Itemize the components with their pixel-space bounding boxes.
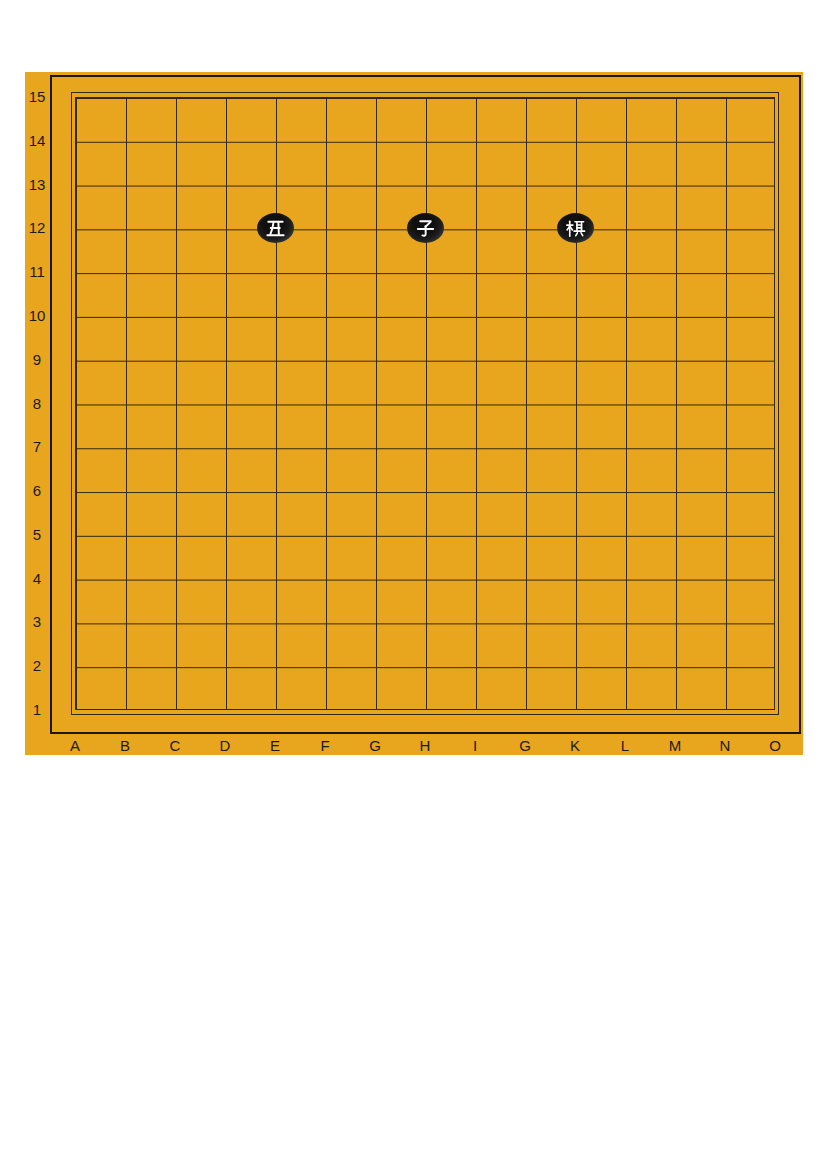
intersection-o6-c14[interactable] — [750, 469, 800, 513]
intersection-i8-c8[interactable] — [450, 382, 500, 426]
stone-glyph — [264, 217, 287, 240]
col-label-4-e: E — [260, 736, 290, 756]
intersection-i12-c8[interactable] — [450, 206, 500, 250]
intersection-c8-c2[interactable] — [150, 382, 200, 426]
intersection-a13-c0[interactable] — [50, 163, 100, 207]
intersection-a15-c0[interactable] — [50, 75, 100, 119]
intersection-i13-c8[interactable] — [450, 163, 500, 207]
intersection-a9-c0[interactable] — [50, 338, 100, 382]
intersection-b2-c1[interactable] — [100, 644, 150, 688]
intersection-g14-c9[interactable] — [500, 119, 550, 163]
intersection-m10-c12[interactable] — [650, 294, 700, 338]
intersection-c13-c2[interactable] — [150, 163, 200, 207]
intersection-o13-c14[interactable] — [750, 163, 800, 207]
intersection-c2-c2[interactable] — [150, 644, 200, 688]
intersection-n12-c13[interactable] — [700, 206, 750, 250]
intersection-d14-c3[interactable] — [200, 119, 250, 163]
intersection-o7-c14[interactable] — [750, 425, 800, 469]
row-label-12: 12 — [25, 218, 49, 238]
col-label-10-k: K — [560, 736, 590, 756]
intersection-e5-c4[interactable] — [250, 513, 300, 557]
intersection-n14-c13[interactable] — [700, 119, 750, 163]
intersection-a8-c0[interactable] — [50, 382, 100, 426]
intersection-m13-c12[interactable] — [650, 163, 700, 207]
intersection-b8-c1[interactable] — [100, 382, 150, 426]
intersection-e1-c4[interactable] — [250, 688, 300, 732]
intersection-f9-c5[interactable] — [300, 338, 350, 382]
intersection-g11-c6[interactable] — [350, 250, 400, 294]
intersection-m5-c12[interactable] — [650, 513, 700, 557]
intersection-c12-c2[interactable] — [150, 206, 200, 250]
intersection-l7-c11[interactable] — [600, 425, 650, 469]
intersection-h4-c7[interactable] — [400, 557, 450, 601]
row-label-13: 13 — [25, 175, 49, 195]
col-label-2-c: C — [160, 736, 190, 756]
intersection-m1-c12[interactable] — [650, 688, 700, 732]
intersection-k8-c10[interactable] — [550, 382, 600, 426]
intersection-e7-c4[interactable] — [250, 425, 300, 469]
intersection-d6-c3[interactable] — [200, 469, 250, 513]
intersection-e11-c4[interactable] — [250, 250, 300, 294]
intersection-c14-c2[interactable] — [150, 119, 200, 163]
intersection-i14-c8[interactable] — [450, 119, 500, 163]
intersection-n10-c13[interactable] — [700, 294, 750, 338]
intersection-a7-c0[interactable] — [50, 425, 100, 469]
intersection-d11-c3[interactable] — [200, 250, 250, 294]
intersection-b6-c1[interactable] — [100, 469, 150, 513]
intersection-h8-c7[interactable] — [400, 382, 450, 426]
intersection-o14-c14[interactable] — [750, 119, 800, 163]
intersection-g1-c6[interactable] — [350, 688, 400, 732]
intersection-d3-c3[interactable] — [200, 600, 250, 644]
intersection-h5-c7[interactable] — [400, 513, 450, 557]
intersection-a5-c0[interactable] — [50, 513, 100, 557]
intersection-i2-c8[interactable] — [450, 644, 500, 688]
intersection-f12-c5[interactable] — [300, 206, 350, 250]
col-label-1-b: B — [110, 736, 140, 756]
intersection-g9-c6[interactable] — [350, 338, 400, 382]
intersection-l3-c11[interactable] — [600, 600, 650, 644]
intersection-b15-c1[interactable] — [100, 75, 150, 119]
intersection-f15-c5[interactable] — [300, 75, 350, 119]
intersection-g12-c9[interactable] — [500, 206, 550, 250]
intersection-g3-c6[interactable] — [350, 600, 400, 644]
col-label-8-i: I — [460, 736, 490, 756]
intersection-f2-c5[interactable] — [300, 644, 350, 688]
intersection-e10-c4[interactable] — [250, 294, 300, 338]
intersection-g12-c6[interactable] — [350, 206, 400, 250]
intersection-f6-c5[interactable] — [300, 469, 350, 513]
intersection-a2-c0[interactable] — [50, 644, 100, 688]
intersection-h7-c7[interactable] — [400, 425, 450, 469]
intersection-c4-c2[interactable] — [150, 557, 200, 601]
intersection-d13-c3[interactable] — [200, 163, 250, 207]
intersection-m7-c12[interactable] — [650, 425, 700, 469]
intersection-k12-c10[interactable] — [550, 206, 600, 250]
intersection-g3-c9[interactable] — [500, 600, 550, 644]
intersection-o1-c14[interactable] — [750, 688, 800, 732]
intersection-d12-c3[interactable] — [200, 206, 250, 250]
intersection-l11-c11[interactable] — [600, 250, 650, 294]
intersection-b1-c1[interactable] — [100, 688, 150, 732]
intersection-h10-c7[interactable] — [400, 294, 450, 338]
intersection-g1-c9[interactable] — [500, 688, 550, 732]
intersection-m14-c12[interactable] — [650, 119, 700, 163]
intersection-k2-c10[interactable] — [550, 644, 600, 688]
intersection-d8-c3[interactable] — [200, 382, 250, 426]
stone-glyph — [414, 217, 437, 240]
intersection-g15-c6[interactable] — [350, 75, 400, 119]
intersection-a10-c0[interactable] — [50, 294, 100, 338]
intersection-a4-c0[interactable] — [50, 557, 100, 601]
intersection-i3-c8[interactable] — [450, 600, 500, 644]
intersection-g13-c6[interactable] — [350, 163, 400, 207]
intersection-g2-c9[interactable] — [500, 644, 550, 688]
board-intersections — [50, 75, 800, 732]
intersection-k11-c10[interactable] — [550, 250, 600, 294]
intersection-k13-c10[interactable] — [550, 163, 600, 207]
intersection-b3-c1[interactable] — [100, 600, 150, 644]
intersection-o11-c14[interactable] — [750, 250, 800, 294]
intersection-e8-c4[interactable] — [250, 382, 300, 426]
intersection-f14-c5[interactable] — [300, 119, 350, 163]
intersection-d4-c3[interactable] — [200, 557, 250, 601]
intersection-e14-c4[interactable] — [250, 119, 300, 163]
intersection-g5-c9[interactable] — [500, 513, 550, 557]
stone-black-k12 — [557, 213, 594, 243]
intersection-k3-c10[interactable] — [550, 600, 600, 644]
intersection-o3-c14[interactable] — [750, 600, 800, 644]
intersection-k10-c10[interactable] — [550, 294, 600, 338]
intersection-d2-c3[interactable] — [200, 644, 250, 688]
intersection-f5-c5[interactable] — [300, 513, 350, 557]
intersection-b12-c1[interactable] — [100, 206, 150, 250]
intersection-m3-c12[interactable] — [650, 600, 700, 644]
intersection-g14-c6[interactable] — [350, 119, 400, 163]
intersection-e4-c4[interactable] — [250, 557, 300, 601]
intersection-b5-c1[interactable] — [100, 513, 150, 557]
intersection-b10-c1[interactable] — [100, 294, 150, 338]
intersection-n11-c13[interactable] — [700, 250, 750, 294]
intersection-b14-c1[interactable] — [100, 119, 150, 163]
intersection-e2-c4[interactable] — [250, 644, 300, 688]
row-label-10: 10 — [25, 306, 49, 326]
row-label-6: 6 — [25, 481, 49, 501]
row-label-14: 14 — [25, 131, 49, 151]
intersection-a6-c0[interactable] — [50, 469, 100, 513]
col-label-12-m: M — [660, 736, 690, 756]
intersection-l6-c11[interactable] — [600, 469, 650, 513]
intersection-d10-c3[interactable] — [200, 294, 250, 338]
intersection-c10-c2[interactable] — [150, 294, 200, 338]
intersection-c3-c2[interactable] — [150, 600, 200, 644]
intersection-g9-c9[interactable] — [500, 338, 550, 382]
intersection-m11-c12[interactable] — [650, 250, 700, 294]
intersection-h2-c7[interactable] — [400, 644, 450, 688]
intersection-o10-c14[interactable] — [750, 294, 800, 338]
intersection-a1-c0[interactable] — [50, 688, 100, 732]
intersection-h14-c7[interactable] — [400, 119, 450, 163]
intersection-g8-c9[interactable] — [500, 382, 550, 426]
intersection-l5-c11[interactable] — [600, 513, 650, 557]
intersection-n9-c13[interactable] — [700, 338, 750, 382]
intersection-o9-c14[interactable] — [750, 338, 800, 382]
intersection-c7-c2[interactable] — [150, 425, 200, 469]
intersection-i9-c8[interactable] — [450, 338, 500, 382]
row-label-8: 8 — [25, 394, 49, 414]
intersection-h3-c7[interactable] — [400, 600, 450, 644]
row-label-4: 4 — [25, 569, 49, 589]
intersection-k15-c10[interactable] — [550, 75, 600, 119]
intersection-o15-c14[interactable] — [750, 75, 800, 119]
intersection-d7-c3[interactable] — [200, 425, 250, 469]
intersection-m8-c12[interactable] — [650, 382, 700, 426]
intersection-h1-c7[interactable] — [400, 688, 450, 732]
intersection-l1-c11[interactable] — [600, 688, 650, 732]
intersection-i7-c8[interactable] — [450, 425, 500, 469]
intersection-e13-c4[interactable] — [250, 163, 300, 207]
intersection-l15-c11[interactable] — [600, 75, 650, 119]
intersection-h9-c7[interactable] — [400, 338, 450, 382]
intersection-n4-c13[interactable] — [700, 557, 750, 601]
intersection-c1-c2[interactable] — [150, 688, 200, 732]
intersection-k6-c10[interactable] — [550, 469, 600, 513]
intersection-f11-c5[interactable] — [300, 250, 350, 294]
intersection-n13-c13[interactable] — [700, 163, 750, 207]
intersection-c6-c2[interactable] — [150, 469, 200, 513]
intersection-e3-c4[interactable] — [250, 600, 300, 644]
intersection-l4-c11[interactable] — [600, 557, 650, 601]
intersection-m2-c12[interactable] — [650, 644, 700, 688]
intersection-h12-c7[interactable] — [400, 206, 450, 250]
intersection-e15-c4[interactable] — [250, 75, 300, 119]
intersection-k5-c10[interactable] — [550, 513, 600, 557]
intersection-g8-c6[interactable] — [350, 382, 400, 426]
intersection-k4-c10[interactable] — [550, 557, 600, 601]
intersection-a3-c0[interactable] — [50, 600, 100, 644]
intersection-i11-c8[interactable] — [450, 250, 500, 294]
intersection-c5-c2[interactable] — [150, 513, 200, 557]
intersection-k9-c10[interactable] — [550, 338, 600, 382]
intersection-l2-c11[interactable] — [600, 644, 650, 688]
stone-black-h12 — [407, 213, 444, 243]
intersection-n5-c13[interactable] — [700, 513, 750, 557]
intersection-b9-c1[interactable] — [100, 338, 150, 382]
stone-glyph — [564, 217, 587, 240]
intersection-a12-c0[interactable] — [50, 206, 100, 250]
intersection-o12-c14[interactable] — [750, 206, 800, 250]
intersection-h6-c7[interactable] — [400, 469, 450, 513]
intersection-l9-c11[interactable] — [600, 338, 650, 382]
col-label-11-l: L — [610, 736, 640, 756]
intersection-e12-c4[interactable] — [250, 206, 300, 250]
col-label-13-n: N — [710, 736, 740, 756]
intersection-d5-c3[interactable] — [200, 513, 250, 557]
intersection-b4-c1[interactable] — [100, 557, 150, 601]
row-label-11: 11 — [25, 262, 49, 282]
intersection-e6-c4[interactable] — [250, 469, 300, 513]
intersection-k14-c10[interactable] — [550, 119, 600, 163]
intersection-i15-c8[interactable] — [450, 75, 500, 119]
intersection-f7-c5[interactable] — [300, 425, 350, 469]
intersection-i5-c8[interactable] — [450, 513, 500, 557]
intersection-n8-c13[interactable] — [700, 382, 750, 426]
intersection-m15-c12[interactable] — [650, 75, 700, 119]
intersection-k7-c10[interactable] — [550, 425, 600, 469]
intersection-o2-c14[interactable] — [750, 644, 800, 688]
intersection-n3-c13[interactable] — [700, 600, 750, 644]
gomoku-board: 151413121110987654321 ABCDEFGHIGKLMNO — [25, 72, 803, 755]
intersection-i10-c8[interactable] — [450, 294, 500, 338]
intersection-m6-c12[interactable] — [650, 469, 700, 513]
row-label-1: 1 — [25, 700, 49, 720]
intersection-m12-c12[interactable] — [650, 206, 700, 250]
intersection-d9-c3[interactable] — [200, 338, 250, 382]
intersection-k1-c10[interactable] — [550, 688, 600, 732]
intersection-o8-c14[interactable] — [750, 382, 800, 426]
intersection-a11-c0[interactable] — [50, 250, 100, 294]
intersection-e9-c4[interactable] — [250, 338, 300, 382]
intersection-g6-c9[interactable] — [500, 469, 550, 513]
intersection-a14-c0[interactable] — [50, 119, 100, 163]
col-label-6-g: G — [360, 736, 390, 756]
intersection-f4-c5[interactable] — [300, 557, 350, 601]
intersection-g10-c6[interactable] — [350, 294, 400, 338]
intersection-h11-c7[interactable] — [400, 250, 450, 294]
intersection-f13-c5[interactable] — [300, 163, 350, 207]
row-label-2: 2 — [25, 656, 49, 676]
intersection-g2-c6[interactable] — [350, 644, 400, 688]
page: 151413121110987654321 ABCDEFGHIGKLMNO — [0, 0, 827, 1170]
intersection-b13-c1[interactable] — [100, 163, 150, 207]
intersection-f8-c5[interactable] — [300, 382, 350, 426]
intersection-o5-c14[interactable] — [750, 513, 800, 557]
intersection-f3-c5[interactable] — [300, 600, 350, 644]
col-label-7-h: H — [410, 736, 440, 756]
intersection-g6-c6[interactable] — [350, 469, 400, 513]
intersection-h15-c7[interactable] — [400, 75, 450, 119]
intersection-g11-c9[interactable] — [500, 250, 550, 294]
intersection-l13-c11[interactable] — [600, 163, 650, 207]
intersection-n1-c13[interactable] — [700, 688, 750, 732]
col-label-3-d: D — [210, 736, 240, 756]
stone-black-e12 — [257, 213, 294, 243]
intersection-g7-c9[interactable] — [500, 425, 550, 469]
intersection-g13-c9[interactable] — [500, 163, 550, 207]
intersection-b7-c1[interactable] — [100, 425, 150, 469]
intersection-f1-c5[interactable] — [300, 688, 350, 732]
row-label-3: 3 — [25, 612, 49, 632]
row-label-15: 15 — [25, 87, 49, 107]
intersection-c11-c2[interactable] — [150, 250, 200, 294]
intersection-g4-c9[interactable] — [500, 557, 550, 601]
intersection-m4-c12[interactable] — [650, 557, 700, 601]
intersection-g10-c9[interactable] — [500, 294, 550, 338]
intersection-o4-c14[interactable] — [750, 557, 800, 601]
intersection-n15-c13[interactable] — [700, 75, 750, 119]
intersection-c9-c2[interactable] — [150, 338, 200, 382]
intersection-i4-c8[interactable] — [450, 557, 500, 601]
intersection-n7-c13[interactable] — [700, 425, 750, 469]
intersection-d15-c3[interactable] — [200, 75, 250, 119]
intersection-n2-c13[interactable] — [700, 644, 750, 688]
intersection-l10-c11[interactable] — [600, 294, 650, 338]
intersection-g4-c6[interactable] — [350, 557, 400, 601]
intersection-l12-c11[interactable] — [600, 206, 650, 250]
col-label-14-o: O — [760, 736, 790, 756]
intersection-d1-c3[interactable] — [200, 688, 250, 732]
row-label-5: 5 — [25, 525, 49, 545]
intersection-i1-c8[interactable] — [450, 688, 500, 732]
intersection-l8-c11[interactable] — [600, 382, 650, 426]
intersection-n6-c13[interactable] — [700, 469, 750, 513]
intersection-l14-c11[interactable] — [600, 119, 650, 163]
row-label-7: 7 — [25, 437, 49, 457]
intersection-g5-c6[interactable] — [350, 513, 400, 557]
intersection-c15-c2[interactable] — [150, 75, 200, 119]
intersection-m9-c12[interactable] — [650, 338, 700, 382]
intersection-b11-c1[interactable] — [100, 250, 150, 294]
intersection-i6-c8[interactable] — [450, 469, 500, 513]
col-label-5-f: F — [310, 736, 340, 756]
intersection-g7-c6[interactable] — [350, 425, 400, 469]
col-label-9-g: G — [510, 736, 540, 756]
intersection-f10-c5[interactable] — [300, 294, 350, 338]
intersection-h13-c7[interactable] — [400, 163, 450, 207]
row-label-9: 9 — [25, 350, 49, 370]
intersection-g15-c9[interactable] — [500, 75, 550, 119]
col-label-0-a: A — [60, 736, 90, 756]
